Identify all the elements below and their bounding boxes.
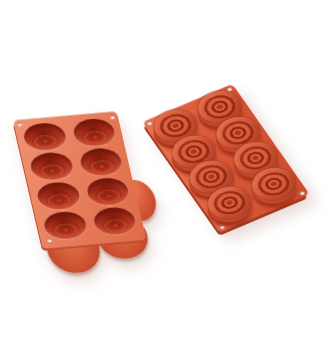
mold-cavity: [71, 117, 117, 147]
mold-cavity-side-up: [13, 111, 146, 249]
product-photo: [0, 0, 334, 351]
left-mold-sheet: [13, 111, 146, 249]
right-mold-sheet: [142, 84, 310, 233]
core-grid: [142, 84, 310, 233]
mold-core: [249, 169, 300, 206]
mold-cavity: [84, 176, 130, 206]
mold-cavity: [35, 181, 81, 211]
mold-core: [205, 187, 256, 224]
mold-upside-down: [142, 84, 310, 233]
mold-cavity: [42, 210, 88, 240]
mold-cavity: [91, 206, 137, 236]
cavity-grid: [13, 111, 146, 249]
mold-cavity: [28, 151, 74, 181]
mold-cavity: [21, 122, 67, 152]
mold-cavity: [77, 147, 123, 177]
